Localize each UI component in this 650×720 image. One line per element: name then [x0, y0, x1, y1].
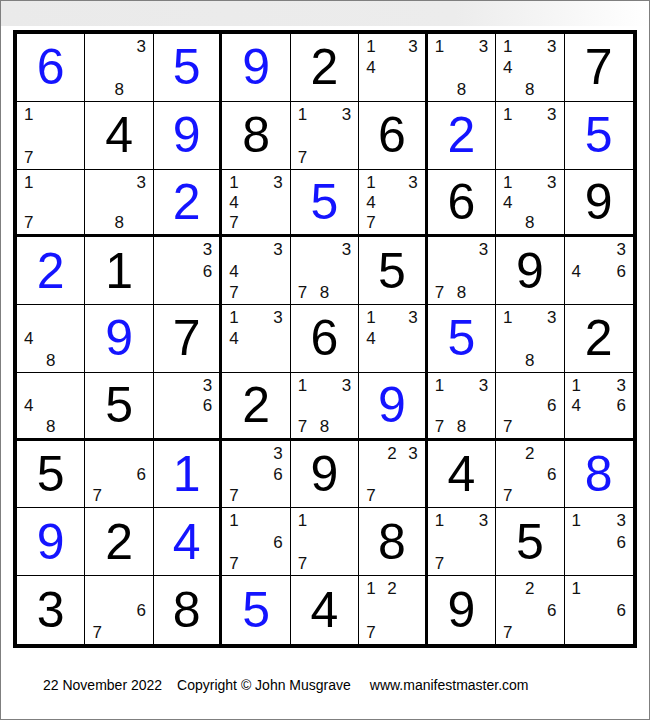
candidate-7: 7: [92, 487, 101, 504]
cell-r7c2[interactable]: 67: [85, 441, 153, 509]
footer-copyright: Copyright © John Musgrave: [177, 677, 351, 693]
cell-r3c5[interactable]: 5: [291, 170, 359, 238]
cell-r3c2[interactable]: 38: [85, 170, 153, 238]
candidate-6: 6: [547, 466, 556, 483]
candidate-7: 7: [298, 284, 307, 301]
candidate-3: 3: [547, 106, 556, 123]
cell-r1c4[interactable]: 9: [222, 34, 290, 102]
pencil-marks: 134: [359, 305, 424, 372]
cell-value: 6: [447, 177, 475, 227]
pencil-marks: 136: [565, 508, 633, 575]
candidate-7: 7: [229, 555, 238, 572]
cell-r6c9[interactable]: 1346: [565, 373, 633, 441]
cell-value: 4: [105, 110, 133, 160]
cell-r2c8[interactable]: 13: [496, 102, 564, 170]
cell-r9c5[interactable]: 4: [291, 576, 359, 644]
candidate-6: 6: [617, 602, 626, 619]
candidate-4: 4: [229, 263, 238, 280]
cell-value: 9: [447, 585, 475, 635]
sudoku-board: 6385921341381348717498137621351738213475…: [13, 30, 637, 648]
candidate-4: 4: [572, 263, 581, 280]
cell-r6c6[interactable]: 9: [359, 373, 427, 441]
cell-value: 5: [516, 517, 544, 567]
candidate-3: 3: [617, 377, 626, 394]
candidate-6: 6: [136, 466, 145, 483]
candidate-3: 3: [203, 241, 212, 258]
cell-r6c5[interactable]: 1378: [291, 373, 359, 441]
pencil-marks: 138: [428, 34, 495, 101]
cell-r9c3[interactable]: 8: [154, 576, 222, 644]
candidate-7: 7: [298, 555, 307, 572]
candidate-3: 3: [203, 377, 212, 394]
candidate-6: 6: [203, 397, 212, 414]
pencil-marks: 16: [565, 576, 633, 644]
cell-value: 7: [585, 42, 613, 92]
cell-r4c5[interactable]: 378: [291, 237, 359, 305]
pencil-marks: 134: [359, 34, 424, 101]
cell-r8c8[interactable]: 5: [496, 508, 564, 576]
pencil-marks: 1348: [496, 170, 563, 235]
candidate-3: 3: [479, 512, 488, 529]
cell-r2c3[interactable]: 9: [154, 102, 222, 170]
candidate-1: 1: [298, 106, 307, 123]
cell-r6c3[interactable]: 36: [154, 373, 222, 441]
candidate-6: 6: [203, 263, 212, 280]
pencil-marks: 67: [85, 441, 152, 508]
cell-r1c5[interactable]: 2: [291, 34, 359, 102]
cell-value: 3: [37, 585, 65, 635]
candidate-8: 8: [525, 81, 534, 98]
candidate-4: 4: [24, 397, 33, 414]
candidate-7: 7: [229, 214, 238, 231]
candidate-8: 8: [525, 214, 534, 231]
cell-r6c7[interactable]: 1378: [428, 373, 496, 441]
pencil-marks: 134: [222, 305, 289, 372]
candidate-7: 7: [503, 624, 512, 641]
candidate-6: 6: [617, 263, 626, 280]
cell-r5c4[interactable]: 134: [222, 305, 290, 373]
pencil-marks: 1347: [222, 170, 289, 235]
top-band: [1, 1, 649, 26]
candidate-3: 3: [408, 309, 417, 326]
cell-r7c1[interactable]: 5: [17, 441, 85, 509]
candidate-8: 8: [46, 352, 55, 369]
candidate-3: 3: [273, 241, 282, 258]
cell-value: 4: [311, 585, 339, 635]
candidate-3: 3: [273, 309, 282, 326]
cell-r4c7[interactable]: 378: [428, 237, 496, 305]
cell-r6c8[interactable]: 67: [496, 373, 564, 441]
cell-r6c2[interactable]: 5: [85, 373, 153, 441]
candidate-7: 7: [366, 624, 375, 641]
candidate-7: 7: [435, 284, 444, 301]
candidate-1: 1: [229, 309, 238, 326]
cell-r1c1[interactable]: 6: [17, 34, 85, 102]
cell-r2c5[interactable]: 137: [291, 102, 359, 170]
candidate-4: 4: [366, 59, 375, 76]
candidate-2: 2: [525, 580, 534, 597]
cell-value: 5: [105, 380, 133, 430]
pencil-marks: 38: [85, 170, 152, 235]
candidate-4: 4: [229, 330, 238, 347]
cell-value: 7: [173, 313, 201, 363]
pencil-marks: 48: [17, 305, 84, 372]
candidate-3: 3: [136, 38, 145, 55]
candidate-3: 3: [136, 174, 145, 191]
candidate-7: 7: [366, 487, 375, 504]
cell-value: 2: [242, 380, 270, 430]
cell-value: 2: [105, 517, 133, 567]
candidate-1: 1: [24, 174, 33, 191]
cell-r5c6[interactable]: 134: [359, 305, 427, 373]
candidate-1: 1: [572, 580, 581, 597]
cell-r3c9[interactable]: 9: [565, 170, 633, 238]
cell-r9c9[interactable]: 16: [565, 576, 633, 644]
pencil-marks: 137: [291, 102, 358, 169]
footer-date: 22 November 2022: [43, 677, 162, 693]
cell-r8c6[interactable]: 8: [359, 508, 427, 576]
candidate-8: 8: [114, 214, 123, 231]
pencil-marks: 1378: [291, 373, 358, 438]
cell-value: 9: [311, 449, 339, 499]
candidate-2: 2: [387, 580, 396, 597]
candidate-8: 8: [457, 81, 466, 98]
candidate-1: 1: [366, 174, 375, 191]
footer: 22 November 2022Copyright © John Musgrav…: [43, 677, 529, 693]
cell-r1c2[interactable]: 38: [85, 34, 153, 102]
candidate-7: 7: [435, 418, 444, 435]
cell-value: 9: [378, 380, 406, 430]
cell-r7c9[interactable]: 8: [565, 441, 633, 509]
cell-r4c3[interactable]: 36: [154, 237, 222, 305]
pencil-marks: 1346: [565, 373, 633, 438]
cell-r3c8[interactable]: 1348: [496, 170, 564, 238]
cell-value: 6: [378, 110, 406, 160]
cell-r2c4[interactable]: 8: [222, 102, 290, 170]
candidate-3: 3: [547, 309, 556, 326]
cell-value: 1: [173, 449, 201, 499]
cell-value: 9: [585, 177, 613, 227]
cell-r8c2[interactable]: 2: [85, 508, 153, 576]
candidate-6: 6: [617, 534, 626, 551]
pencil-marks: 36: [154, 237, 219, 304]
candidate-1: 1: [435, 512, 444, 529]
candidate-7: 7: [298, 418, 307, 435]
cell-r8c1[interactable]: 9: [17, 508, 85, 576]
pencil-marks: 17: [17, 102, 84, 169]
pencil-marks: 378: [428, 237, 495, 304]
cell-r3c4[interactable]: 1347: [222, 170, 290, 238]
candidate-8: 8: [114, 81, 123, 98]
candidate-7: 7: [503, 418, 512, 435]
cell-r7c7[interactable]: 4: [428, 441, 496, 509]
cell-value: 2: [447, 110, 475, 160]
cell-value: 5: [311, 177, 339, 227]
candidate-6: 6: [617, 397, 626, 414]
candidate-3: 3: [273, 174, 282, 191]
candidate-7: 7: [24, 149, 33, 166]
cell-value: 9: [173, 110, 201, 160]
candidate-8: 8: [457, 284, 466, 301]
cell-r9c6[interactable]: 127: [359, 576, 427, 644]
cell-value: 1: [105, 246, 133, 296]
cell-value: 2: [311, 42, 339, 92]
cell-r8c4[interactable]: 167: [222, 508, 290, 576]
candidate-4: 4: [572, 397, 581, 414]
pencil-marks: 17: [291, 508, 358, 575]
candidate-7: 7: [298, 149, 307, 166]
cell-value: 5: [173, 42, 201, 92]
pencil-marks: 36: [154, 373, 219, 438]
cell-r8c7[interactable]: 137: [428, 508, 496, 576]
cell-value: 9: [242, 42, 270, 92]
candidate-4: 4: [366, 330, 375, 347]
pencil-marks: 127: [359, 576, 424, 644]
candidate-6: 6: [547, 602, 556, 619]
candidate-1: 1: [366, 580, 375, 597]
puzzle-page: 6385921341381348717498137621351738213475…: [0, 0, 650, 720]
pencil-marks: 267: [496, 576, 563, 644]
candidate-1: 1: [298, 512, 307, 529]
cell-value: 5: [447, 313, 475, 363]
candidate-4: 4: [503, 59, 512, 76]
cell-value: 2: [37, 246, 65, 296]
candidate-1: 1: [572, 512, 581, 529]
candidate-3: 3: [342, 377, 351, 394]
candidate-3: 3: [479, 377, 488, 394]
cell-r5c8[interactable]: 138: [496, 305, 564, 373]
cell-value: 4: [173, 517, 201, 567]
cell-r7c4[interactable]: 367: [222, 441, 290, 509]
cell-r2c2[interactable]: 4: [85, 102, 153, 170]
cell-r5c5[interactable]: 6: [291, 305, 359, 373]
candidate-2: 2: [525, 445, 534, 462]
candidate-6: 6: [273, 534, 282, 551]
cell-value: 4: [447, 449, 475, 499]
cell-value: 9: [516, 246, 544, 296]
pencil-marks: 67: [85, 576, 152, 644]
cell-r4c8[interactable]: 9: [496, 237, 564, 305]
candidate-8: 8: [320, 284, 329, 301]
cell-r8c9[interactable]: 136: [565, 508, 633, 576]
candidate-7: 7: [366, 214, 375, 231]
cell-r7c8[interactable]: 267: [496, 441, 564, 509]
pencil-marks: 1347: [359, 170, 424, 235]
pencil-marks: 1348: [496, 34, 563, 101]
cell-r7c3[interactable]: 1: [154, 441, 222, 509]
cell-r4c9[interactable]: 346: [565, 237, 633, 305]
cell-value: 8: [378, 517, 406, 567]
candidate-6: 6: [273, 466, 282, 483]
candidate-6: 6: [136, 602, 145, 619]
cell-value: 5: [37, 449, 65, 499]
cell-value: 6: [37, 42, 65, 92]
candidate-4: 4: [366, 194, 375, 211]
pencil-marks: 367: [222, 441, 289, 508]
cell-value: 8: [173, 585, 201, 635]
candidate-7: 7: [229, 284, 238, 301]
candidate-7: 7: [24, 214, 33, 231]
cell-r5c3[interactable]: 7: [154, 305, 222, 373]
candidate-3: 3: [479, 241, 488, 258]
pencil-marks: 137: [428, 508, 495, 575]
pencil-marks: 48: [17, 373, 84, 438]
candidate-1: 1: [298, 377, 307, 394]
cell-value: 5: [242, 585, 270, 635]
pencil-marks: 378: [291, 237, 358, 304]
candidate-1: 1: [503, 38, 512, 55]
cell-r1c8[interactable]: 1348: [496, 34, 564, 102]
cell-r5c7[interactable]: 5: [428, 305, 496, 373]
cell-r1c3[interactable]: 5: [154, 34, 222, 102]
candidate-3: 3: [342, 106, 351, 123]
cell-value: 6: [311, 313, 339, 363]
cell-r9c7[interactable]: 9: [428, 576, 496, 644]
candidate-4: 4: [229, 194, 238, 211]
candidate-1: 1: [366, 38, 375, 55]
candidate-8: 8: [525, 352, 534, 369]
candidate-1: 1: [435, 38, 444, 55]
cell-r2c6[interactable]: 6: [359, 102, 427, 170]
candidate-1: 1: [435, 377, 444, 394]
candidate-7: 7: [435, 555, 444, 572]
pencil-marks: 237: [359, 441, 424, 508]
cell-r6c4[interactable]: 2: [222, 373, 290, 441]
cell-value: 8: [585, 449, 613, 499]
candidate-3: 3: [617, 241, 626, 258]
cell-r7c5[interactable]: 9: [291, 441, 359, 509]
cell-r5c2[interactable]: 9: [85, 305, 153, 373]
candidate-4: 4: [503, 194, 512, 211]
candidate-3: 3: [547, 174, 556, 191]
cell-r3c1[interactable]: 17: [17, 170, 85, 238]
cell-value: 5: [585, 110, 613, 160]
cell-r8c3[interactable]: 4: [154, 508, 222, 576]
cell-r7c6[interactable]: 237: [359, 441, 427, 509]
cell-r1c9[interactable]: 7: [565, 34, 633, 102]
cell-r1c7[interactable]: 138: [428, 34, 496, 102]
cell-value: 9: [105, 313, 133, 363]
pencil-marks: 346: [565, 237, 633, 304]
pencil-marks: 1378: [428, 373, 495, 438]
candidate-3: 3: [547, 38, 556, 55]
candidate-2: 2: [387, 445, 396, 462]
cell-r1c6[interactable]: 134: [359, 34, 427, 102]
cell-r8c5[interactable]: 17: [291, 508, 359, 576]
pencil-marks: 138: [496, 305, 563, 372]
candidate-1: 1: [229, 512, 238, 529]
candidate-1: 1: [503, 174, 512, 191]
candidate-1: 1: [229, 174, 238, 191]
candidate-3: 3: [408, 38, 417, 55]
pencil-marks: 38: [85, 34, 152, 101]
footer-website[interactable]: www.manifestmaster.com: [370, 677, 529, 693]
candidate-1: 1: [503, 309, 512, 326]
cell-value: 5: [378, 246, 406, 296]
candidate-3: 3: [273, 445, 282, 462]
candidate-8: 8: [457, 418, 466, 435]
candidate-1: 1: [572, 377, 581, 394]
cell-value: 2: [585, 313, 613, 363]
pencil-marks: 13: [496, 102, 563, 169]
candidate-7: 7: [92, 624, 101, 641]
cell-r3c7[interactable]: 6: [428, 170, 496, 238]
candidate-3: 3: [342, 241, 351, 258]
cell-r4c2[interactable]: 1: [85, 237, 153, 305]
pencil-marks: 167: [222, 508, 289, 575]
cell-r3c6[interactable]: 1347: [359, 170, 427, 238]
candidate-7: 7: [229, 487, 238, 504]
cell-r3c3[interactable]: 2: [154, 170, 222, 238]
cell-r4c4[interactable]: 347: [222, 237, 290, 305]
candidate-1: 1: [366, 309, 375, 326]
pencil-marks: 267: [496, 441, 563, 508]
cell-value: 9: [37, 517, 65, 567]
candidate-8: 8: [46, 418, 55, 435]
cell-r6c1[interactable]: 48: [17, 373, 85, 441]
cell-r9c8[interactable]: 267: [496, 576, 564, 644]
cell-r9c4[interactable]: 5: [222, 576, 290, 644]
candidate-1: 1: [24, 106, 33, 123]
pencil-marks: 347: [222, 237, 289, 304]
cell-r4c1[interactable]: 2: [17, 237, 85, 305]
cell-r9c2[interactable]: 67: [85, 576, 153, 644]
cell-value: 8: [242, 110, 270, 160]
cell-r2c1[interactable]: 17: [17, 102, 85, 170]
candidate-3: 3: [408, 445, 417, 462]
candidate-8: 8: [320, 418, 329, 435]
pencil-marks: 67: [496, 373, 563, 438]
cell-r2c7[interactable]: 2: [428, 102, 496, 170]
cell-value: 2: [173, 177, 201, 227]
cell-r2c9[interactable]: 5: [565, 102, 633, 170]
cell-r9c1[interactable]: 3: [17, 576, 85, 644]
candidate-3: 3: [617, 512, 626, 529]
cell-r4c6[interactable]: 5: [359, 237, 427, 305]
candidate-6: 6: [547, 397, 556, 414]
candidate-7: 7: [503, 487, 512, 504]
cell-r5c9[interactable]: 2: [565, 305, 633, 373]
candidate-3: 3: [479, 38, 488, 55]
cell-r5c1[interactable]: 48: [17, 305, 85, 373]
candidate-1: 1: [503, 106, 512, 123]
candidate-3: 3: [408, 174, 417, 191]
pencil-marks: 17: [17, 170, 84, 235]
candidate-4: 4: [24, 330, 33, 347]
